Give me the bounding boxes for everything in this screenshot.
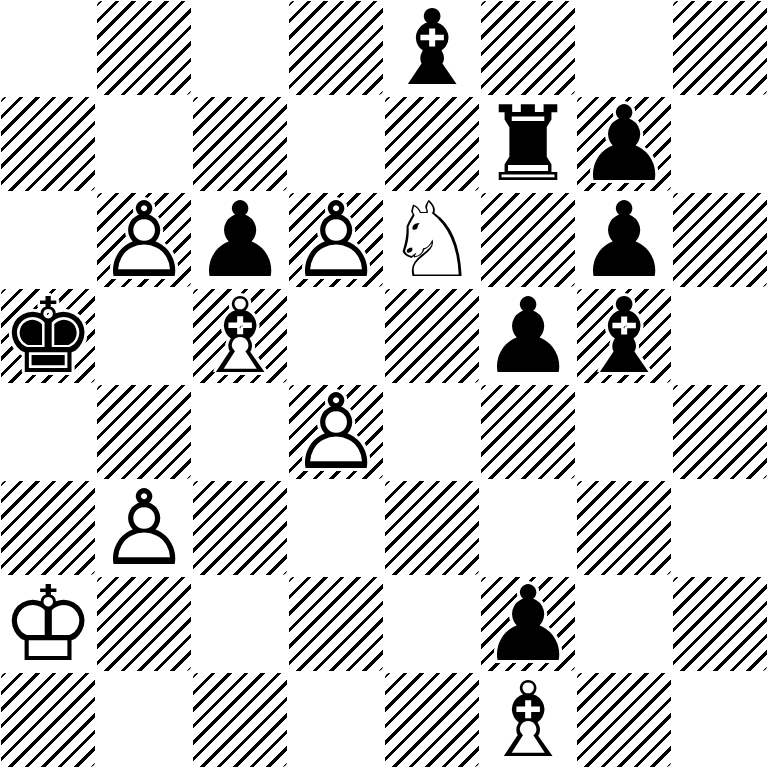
square-b8[interactable] xyxy=(96,0,192,96)
piece-black-pawn: ♟♟ xyxy=(576,96,672,192)
square-e1[interactable] xyxy=(384,672,480,768)
square-b5[interactable] xyxy=(96,288,192,384)
piece-white-bishop: ♝♗ xyxy=(480,672,576,768)
square-g6[interactable]: ♟♟ xyxy=(576,192,672,288)
square-h5[interactable] xyxy=(672,288,768,384)
piece-black-pawn: ♟♟ xyxy=(480,576,576,672)
square-g7[interactable]: ♟♟ xyxy=(576,96,672,192)
square-c1[interactable] xyxy=(192,672,288,768)
piece-black-bishop: ♝♝ xyxy=(576,288,672,384)
square-h2[interactable] xyxy=(672,576,768,672)
square-d3[interactable] xyxy=(288,480,384,576)
square-a1[interactable] xyxy=(0,672,96,768)
square-c6[interactable]: ♟♟ xyxy=(192,192,288,288)
square-g2[interactable] xyxy=(576,576,672,672)
square-g4[interactable] xyxy=(576,384,672,480)
square-d8[interactable] xyxy=(288,0,384,96)
square-c5[interactable]: ♝♗ xyxy=(192,288,288,384)
piece-black-pawn: ♟♟ xyxy=(480,288,576,384)
square-a3[interactable] xyxy=(0,480,96,576)
square-b7[interactable] xyxy=(96,96,192,192)
black-pawn-icon: ♟ xyxy=(480,288,576,384)
white-pawn-icon: ♙ xyxy=(288,384,384,480)
square-h6[interactable] xyxy=(672,192,768,288)
square-g3[interactable] xyxy=(576,480,672,576)
white-pawn-icon: ♙ xyxy=(288,192,384,288)
square-e8[interactable]: ♝♝ xyxy=(384,0,480,96)
square-h8[interactable] xyxy=(672,0,768,96)
white-knight-icon: ♘ xyxy=(384,192,480,288)
piece-black-bishop: ♝♝ xyxy=(384,0,480,96)
square-h3[interactable] xyxy=(672,480,768,576)
square-d1[interactable] xyxy=(288,672,384,768)
square-f3[interactable] xyxy=(480,480,576,576)
square-a4[interactable] xyxy=(0,384,96,480)
square-d6[interactable]: ♟♙ xyxy=(288,192,384,288)
square-c4[interactable] xyxy=(192,384,288,480)
square-b4[interactable] xyxy=(96,384,192,480)
square-b6[interactable]: ♟♙ xyxy=(96,192,192,288)
square-a8[interactable] xyxy=(0,0,96,96)
piece-black-pawn: ♟♟ xyxy=(576,192,672,288)
square-e7[interactable] xyxy=(384,96,480,192)
square-a2[interactable]: ♚♔ xyxy=(0,576,96,672)
square-f7[interactable]: ♜♜ xyxy=(480,96,576,192)
black-bishop-icon: ♝ xyxy=(384,0,480,96)
black-pawn-icon: ♟ xyxy=(576,192,672,288)
square-d7[interactable] xyxy=(288,96,384,192)
square-e4[interactable] xyxy=(384,384,480,480)
piece-white-pawn: ♟♙ xyxy=(96,480,192,576)
square-c2[interactable] xyxy=(192,576,288,672)
square-a7[interactable] xyxy=(0,96,96,192)
square-e5[interactable] xyxy=(384,288,480,384)
square-g5[interactable]: ♝♝ xyxy=(576,288,672,384)
square-f4[interactable] xyxy=(480,384,576,480)
piece-white-pawn: ♟♙ xyxy=(288,384,384,480)
piece-white-pawn: ♟♙ xyxy=(96,192,192,288)
square-f8[interactable] xyxy=(480,0,576,96)
square-g1[interactable] xyxy=(576,672,672,768)
square-b1[interactable] xyxy=(96,672,192,768)
piece-black-rook: ♜♜ xyxy=(480,96,576,192)
black-rook-icon: ♜ xyxy=(480,96,576,192)
piece-black-pawn: ♟♟ xyxy=(192,192,288,288)
square-b3[interactable]: ♟♙ xyxy=(96,480,192,576)
chessboard: ♝♝♜♜♟♟♟♙♟♟♟♙♞♘♟♟♚♚♝♗♟♟♝♝♟♙♟♙♚♔♟♟♝♗ xyxy=(0,0,768,768)
white-king-icon: ♔ xyxy=(0,576,96,672)
square-h1[interactable] xyxy=(672,672,768,768)
white-pawn-icon: ♙ xyxy=(96,480,192,576)
piece-white-pawn: ♟♙ xyxy=(288,192,384,288)
black-bishop-icon: ♝ xyxy=(576,288,672,384)
square-c7[interactable] xyxy=(192,96,288,192)
square-e3[interactable] xyxy=(384,480,480,576)
square-e2[interactable] xyxy=(384,576,480,672)
piece-white-bishop: ♝♗ xyxy=(192,288,288,384)
square-d5[interactable] xyxy=(288,288,384,384)
square-e6[interactable]: ♞♘ xyxy=(384,192,480,288)
square-a5[interactable]: ♚♚ xyxy=(0,288,96,384)
piece-black-king: ♚♚ xyxy=(0,288,96,384)
piece-white-king: ♚♔ xyxy=(0,576,96,672)
square-b2[interactable] xyxy=(96,576,192,672)
square-c3[interactable] xyxy=(192,480,288,576)
square-h7[interactable] xyxy=(672,96,768,192)
square-f2[interactable]: ♟♟ xyxy=(480,576,576,672)
square-f5[interactable]: ♟♟ xyxy=(480,288,576,384)
square-h4[interactable] xyxy=(672,384,768,480)
white-bishop-icon: ♗ xyxy=(192,288,288,384)
square-d4[interactable]: ♟♙ xyxy=(288,384,384,480)
black-king-icon: ♚ xyxy=(0,288,96,384)
square-d2[interactable] xyxy=(288,576,384,672)
square-g8[interactable] xyxy=(576,0,672,96)
piece-white-knight: ♞♘ xyxy=(384,192,480,288)
square-a6[interactable] xyxy=(0,192,96,288)
square-f1[interactable]: ♝♗ xyxy=(480,672,576,768)
black-pawn-icon: ♟ xyxy=(480,576,576,672)
square-c8[interactable] xyxy=(192,0,288,96)
black-pawn-icon: ♟ xyxy=(576,96,672,192)
white-bishop-icon: ♗ xyxy=(480,672,576,768)
white-pawn-icon: ♙ xyxy=(96,192,192,288)
black-pawn-icon: ♟ xyxy=(192,192,288,288)
square-f6[interactable] xyxy=(480,192,576,288)
